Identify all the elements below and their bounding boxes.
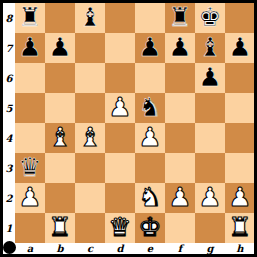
square-f8[interactable]: ♜ [165, 3, 195, 33]
square-f4[interactable] [165, 123, 195, 153]
square-c8[interactable]: ♝ [75, 3, 105, 33]
piece-white-queen[interactable]: ♛ [108, 213, 131, 242]
piece-white-pawn[interactable]: ♟ [228, 183, 251, 212]
square-h8[interactable] [225, 3, 255, 33]
rank-label-5: 5 [3, 93, 15, 123]
square-h7[interactable]: ♟ [225, 33, 255, 63]
square-e4[interactable]: ♟ [135, 123, 165, 153]
file-label-d: d [105, 243, 135, 254]
black-to-move-indicator [3, 241, 16, 254]
piece-black-king[interactable]: ♚ [198, 3, 221, 32]
piece-white-rook[interactable]: ♜ [228, 213, 251, 242]
square-h2[interactable]: ♟ [225, 183, 255, 213]
square-a3[interactable]: ♛ [15, 153, 45, 183]
square-a1[interactable] [15, 213, 45, 243]
square-c3[interactable] [75, 153, 105, 183]
square-a4[interactable] [15, 123, 45, 153]
square-d3[interactable] [105, 153, 135, 183]
rank-label-4: 4 [3, 123, 15, 153]
square-b8[interactable] [45, 3, 75, 33]
file-label-a: a [15, 243, 45, 254]
square-f7[interactable]: ♟ [165, 33, 195, 63]
square-b2[interactable] [45, 183, 75, 213]
square-a8[interactable]: ♜ [15, 3, 45, 33]
piece-white-bishop[interactable]: ♝ [48, 123, 71, 152]
square-e5[interactable]: ♞ [135, 93, 165, 123]
piece-black-pawn[interactable]: ♟ [228, 33, 251, 62]
square-a7[interactable]: ♟ [15, 33, 45, 63]
square-c4[interactable]: ♝ [75, 123, 105, 153]
rank-labels: 87654321 [3, 3, 15, 243]
file-label-f: f [165, 243, 195, 254]
file-label-b: b [45, 243, 75, 254]
square-h3[interactable] [225, 153, 255, 183]
square-h1[interactable]: ♜ [225, 213, 255, 243]
chess-board[interactable]: ♜♝♜♚♟♟♟♟♝♟♟♟♞♝♝♟♛♟♞♟♟♟♜♛♚♜ [15, 3, 255, 243]
square-a6[interactable] [15, 63, 45, 93]
square-e1[interactable]: ♚ [135, 213, 165, 243]
square-f5[interactable] [165, 93, 195, 123]
square-b4[interactable]: ♝ [45, 123, 75, 153]
square-c6[interactable] [75, 63, 105, 93]
piece-black-queen[interactable]: ♛ [18, 153, 41, 182]
square-d4[interactable] [105, 123, 135, 153]
rank-label-1: 1 [3, 213, 15, 243]
square-e6[interactable] [135, 63, 165, 93]
square-h6[interactable] [225, 63, 255, 93]
piece-white-knight[interactable]: ♞ [138, 183, 161, 212]
chess-board-frame: 87654321 ♜♝♜♚♟♟♟♟♝♟♟♟♞♝♝♟♛♟♞♟♟♟♜♛♚♜ abcd… [0, 0, 257, 257]
rank-label-3: 3 [3, 153, 15, 183]
square-e7[interactable]: ♟ [135, 33, 165, 63]
square-f1[interactable] [165, 213, 195, 243]
piece-white-pawn[interactable]: ♟ [168, 183, 191, 212]
rank-label-7: 7 [3, 33, 15, 63]
square-c2[interactable] [75, 183, 105, 213]
file-label-c: c [75, 243, 105, 254]
piece-black-bishop[interactable]: ♝ [78, 3, 101, 32]
square-c7[interactable] [75, 33, 105, 63]
square-d7[interactable] [105, 33, 135, 63]
square-g8[interactable]: ♚ [195, 3, 225, 33]
square-e2[interactable]: ♞ [135, 183, 165, 213]
square-a2[interactable]: ♟ [15, 183, 45, 213]
square-g7[interactable]: ♝ [195, 33, 225, 63]
square-h4[interactable] [225, 123, 255, 153]
square-d8[interactable] [105, 3, 135, 33]
rank-label-6: 6 [3, 63, 15, 93]
square-d1[interactable]: ♛ [105, 213, 135, 243]
piece-black-pawn[interactable]: ♟ [138, 33, 161, 62]
file-label-g: g [195, 243, 225, 254]
rank-label-8: 8 [3, 3, 15, 33]
piece-white-pawn[interactable]: ♟ [198, 183, 221, 212]
square-h5[interactable] [225, 93, 255, 123]
square-g3[interactable] [195, 153, 225, 183]
piece-black-rook[interactable]: ♜ [168, 3, 191, 32]
file-label-h: h [225, 243, 255, 254]
square-g2[interactable]: ♟ [195, 183, 225, 213]
square-a5[interactable] [15, 93, 45, 123]
piece-white-pawn[interactable]: ♟ [108, 93, 131, 122]
square-e3[interactable] [135, 153, 165, 183]
square-e8[interactable] [135, 3, 165, 33]
file-label-e: e [135, 243, 165, 254]
piece-white-bishop[interactable]: ♝ [78, 123, 101, 152]
square-b3[interactable] [45, 153, 75, 183]
piece-white-pawn[interactable]: ♟ [18, 183, 41, 212]
square-g1[interactable] [195, 213, 225, 243]
piece-white-rook[interactable]: ♜ [48, 213, 71, 242]
square-g6[interactable]: ♟ [195, 63, 225, 93]
piece-black-pawn[interactable]: ♟ [198, 63, 221, 92]
file-labels: abcdefgh [15, 243, 255, 254]
piece-black-knight[interactable]: ♞ [138, 93, 161, 122]
square-b6[interactable] [45, 63, 75, 93]
square-d5[interactable]: ♟ [105, 93, 135, 123]
square-d2[interactable] [105, 183, 135, 213]
square-c5[interactable] [75, 93, 105, 123]
piece-black-pawn[interactable]: ♟ [48, 33, 71, 62]
square-b7[interactable]: ♟ [45, 33, 75, 63]
piece-white-king[interactable]: ♚ [138, 213, 161, 242]
piece-black-pawn[interactable]: ♟ [168, 33, 191, 62]
square-b1[interactable]: ♜ [45, 213, 75, 243]
piece-black-pawn[interactable]: ♟ [18, 33, 41, 62]
square-f6[interactable] [165, 63, 195, 93]
piece-black-rook[interactable]: ♜ [18, 3, 41, 32]
square-g4[interactable] [195, 123, 225, 153]
square-f3[interactable] [165, 153, 195, 183]
square-b5[interactable] [45, 93, 75, 123]
square-g5[interactable] [195, 93, 225, 123]
square-f2[interactable]: ♟ [165, 183, 195, 213]
piece-white-pawn[interactable]: ♟ [138, 123, 161, 152]
piece-black-bishop[interactable]: ♝ [198, 33, 221, 62]
rank-label-2: 2 [3, 183, 15, 213]
square-d6[interactable] [105, 63, 135, 93]
square-c1[interactable] [75, 213, 105, 243]
